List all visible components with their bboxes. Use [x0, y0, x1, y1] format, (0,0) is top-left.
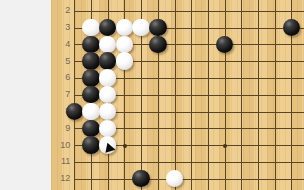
black-stone — [99, 19, 117, 37]
go-app-screenshot: 23456789101112 — [0, 0, 304, 190]
black-stone — [82, 52, 100, 70]
white-stone — [99, 103, 117, 121]
white-stone — [99, 69, 117, 87]
last-move-triangle-marker — [105, 143, 115, 153]
white-stone — [99, 36, 117, 54]
grid-hline — [74, 11, 304, 12]
left-letterbox — [0, 0, 51, 190]
black-stone — [82, 136, 100, 154]
black-stone — [66, 103, 84, 121]
go-board[interactable]: 23456789101112 — [51, 0, 304, 190]
row-label-3: 3 — [52, 23, 70, 32]
row-label-5: 5 — [52, 57, 70, 66]
black-stone — [99, 52, 117, 70]
black-stone — [82, 120, 100, 138]
star-point — [123, 144, 127, 148]
white-stone — [82, 19, 100, 37]
white-stone — [99, 136, 117, 154]
black-stone — [82, 86, 100, 104]
black-stone — [149, 36, 167, 54]
row-label-11: 11 — [52, 157, 70, 166]
white-stone — [116, 36, 134, 54]
star-point — [223, 144, 227, 148]
white-stone — [166, 170, 184, 188]
row-label-7: 7 — [52, 90, 70, 99]
white-stone — [99, 86, 117, 104]
row-label-4: 4 — [52, 40, 70, 49]
white-stone — [82, 103, 100, 121]
black-stone — [283, 19, 301, 37]
black-stone — [149, 19, 167, 37]
row-label-12: 12 — [52, 174, 70, 183]
white-stone — [99, 120, 117, 138]
white-stone — [116, 52, 134, 70]
row-label-9: 9 — [52, 124, 70, 133]
grid-hline — [74, 179, 304, 180]
white-stone — [116, 19, 134, 37]
row-label-6: 6 — [52, 73, 70, 82]
black-stone — [82, 69, 100, 87]
black-stone — [216, 36, 234, 54]
black-stone — [132, 170, 150, 188]
row-label-2: 2 — [52, 6, 70, 15]
grid-hline — [74, 162, 304, 163]
black-stone — [82, 36, 100, 54]
row-label-10: 10 — [52, 141, 70, 150]
white-stone — [132, 19, 150, 37]
